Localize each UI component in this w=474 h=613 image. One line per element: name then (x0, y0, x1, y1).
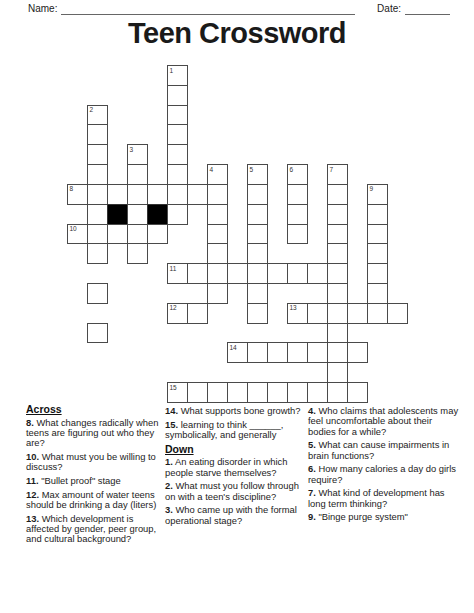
cell-r16c5[interactable]: 15 (167, 382, 188, 403)
cell-r6c2[interactable] (107, 184, 128, 205)
clue-text: learning to think ______, symbolically, … (165, 419, 283, 440)
cell-r9c1[interactable] (87, 243, 108, 264)
clue-number: 2. (165, 480, 173, 491)
cell-r4c1[interactable] (87, 144, 108, 165)
cell-r12c15[interactable] (367, 303, 388, 324)
crossword-worksheet: Name: Date: Teen Crossword 1234567891011… (0, 0, 474, 613)
cell-r1c5[interactable] (167, 85, 188, 106)
clue-number: 12. (26, 489, 39, 500)
cell-r10c5[interactable]: 11 (167, 263, 188, 284)
clue-number-7: 7 (330, 166, 334, 173)
clue-number: 13. (26, 513, 39, 524)
cell-r9c7[interactable] (207, 243, 228, 264)
cell-r7c15[interactable] (367, 204, 388, 225)
cell-r3c1[interactable] (87, 124, 108, 145)
cell-r11c13[interactable] (327, 283, 348, 304)
clue-across-13: 13. Which development is affected by gen… (26, 514, 162, 545)
cell-r12c12[interactable] (307, 303, 328, 324)
cell-r7c1[interactable] (87, 204, 108, 225)
cell-r11c7[interactable] (207, 283, 228, 304)
cell-r9c13[interactable] (327, 243, 348, 264)
cell-r7c7[interactable] (207, 204, 228, 225)
cell-r10c10[interactable] (267, 263, 288, 284)
clue-text: An eating disorder in which people starv… (165, 456, 288, 477)
cell-r2c1[interactable]: 2 (87, 105, 108, 126)
clue-text: What must you be willing to discuss? (26, 451, 156, 472)
clue-text: Max amount of water teens should be drin… (26, 489, 156, 510)
cell-r10c13[interactable] (327, 263, 348, 284)
cell-r6c4[interactable] (147, 184, 168, 205)
cell-r8c15[interactable] (367, 224, 388, 245)
clue-down-1: 1. An eating disorder in which people st… (165, 457, 303, 478)
cell-r8c9[interactable] (247, 224, 268, 245)
cell-r16c12[interactable] (307, 382, 328, 403)
cell-r12c5[interactable]: 12 (167, 303, 188, 324)
cell-r5c13[interactable]: 7 (327, 164, 348, 185)
cell-r14c12[interactable] (307, 342, 328, 363)
clue-text: What can cause impairments in brain func… (308, 439, 449, 460)
clue-number: 9. (308, 511, 316, 522)
cell-r11c1[interactable] (87, 283, 108, 304)
cell-r12c13[interactable] (327, 303, 348, 324)
cell-r6c11[interactable] (287, 184, 308, 205)
cell-r16c8[interactable] (227, 382, 248, 403)
clue-number-14: 14 (230, 344, 237, 351)
clue-down-4: 4. Who claims that adolescents may feel … (308, 406, 460, 437)
cell-r6c3[interactable] (127, 184, 148, 205)
clue-number: 4. (308, 405, 316, 416)
clue-number-13: 13 (290, 304, 297, 311)
cell-r7c11[interactable] (287, 204, 308, 225)
cell-r6c5[interactable] (167, 184, 188, 205)
clue-text: Which development is affected by gender,… (26, 513, 156, 545)
cell-r6c15[interactable]: 9 (367, 184, 388, 205)
cell-r8c1[interactable] (87, 224, 108, 245)
black-cell-r7c4 (147, 204, 168, 225)
cell-r5c9[interactable]: 5 (247, 164, 268, 185)
clue-number: 1. (165, 456, 173, 467)
cell-r10c6[interactable] (187, 263, 208, 284)
cell-r6c9[interactable] (247, 184, 268, 205)
cell-r10c12[interactable] (307, 263, 328, 284)
clue-across-11: 11. "Bullet proof" stage (26, 476, 162, 486)
clue-column-middle: 14. What supports bone growth?15. learni… (165, 404, 303, 529)
cell-r12c14[interactable] (347, 303, 368, 324)
clue-number: 15. (165, 419, 178, 430)
clue-number-3: 3 (130, 146, 134, 153)
clue-number: 8. (26, 417, 34, 428)
cell-r10c9[interactable] (247, 263, 268, 284)
clue-number: 11. (26, 475, 39, 486)
cell-r16c11[interactable] (287, 382, 308, 403)
clue-number-12: 12 (170, 304, 177, 311)
cell-r16c10[interactable] (267, 382, 288, 403)
cell-r4c3[interactable]: 3 (127, 144, 148, 165)
clue-text: What must you follow through on with a t… (165, 480, 299, 501)
clue-number-2: 2 (90, 106, 94, 113)
cell-r8c11[interactable] (287, 224, 308, 245)
clue-number: 14. (165, 405, 178, 416)
clue-column-left: Across8. What changes radically when tee… (26, 404, 162, 548)
cell-r6c0[interactable]: 8 (67, 184, 88, 205)
cell-r5c7[interactable]: 4 (207, 164, 228, 185)
cell-r9c15[interactable] (367, 243, 388, 264)
cell-r16c14[interactable] (347, 382, 368, 403)
clue-number: 7. (308, 487, 316, 498)
clue-number: 6. (308, 463, 316, 474)
clue-across-12: 12. Max amount of water teens should be … (26, 490, 162, 511)
clue-text: What supports bone growth? (181, 405, 301, 416)
cell-r8c3[interactable] (127, 224, 148, 245)
clue-down-9: 9. "Binge purge system" (308, 512, 460, 522)
cell-r6c1[interactable] (87, 184, 108, 205)
cell-r11c9[interactable] (247, 283, 268, 304)
clue-text: What changes radically when teens are fi… (26, 417, 158, 449)
cell-r14c14[interactable] (347, 342, 368, 363)
cell-r14c13[interactable] (327, 342, 348, 363)
cell-r13c13[interactable] (327, 323, 348, 344)
page-title: Teen Crossword (0, 17, 474, 50)
clue-down-7: 7. What kind of development has long ter… (308, 488, 460, 509)
crossword-grid: 123456789101112131415 (67, 65, 408, 403)
clue-number-4: 4 (210, 166, 214, 173)
clue-down-3: 3. Who came up with the formal operation… (165, 505, 303, 526)
cell-r2c5[interactable] (167, 105, 188, 126)
clue-text: How many calories a day do girls require… (308, 463, 456, 484)
date-label: Date: (355, 3, 405, 15)
clue-number: 10. (26, 451, 39, 462)
cell-r8c4[interactable] (147, 224, 168, 245)
clue-text: "Binge purge system" (318, 511, 408, 522)
cell-r10c8[interactable] (227, 263, 248, 284)
cell-r16c6[interactable] (187, 382, 208, 403)
cell-r6c7[interactable] (207, 184, 228, 205)
clue-number-1: 1 (170, 67, 174, 74)
clue-number-8: 8 (70, 185, 74, 192)
clue-number-9: 9 (370, 185, 374, 192)
clue-number-6: 6 (290, 166, 294, 173)
across-header: Across (26, 404, 162, 415)
cell-r13c1[interactable] (87, 323, 108, 344)
clue-number: 3. (165, 504, 173, 515)
cell-r9c3[interactable] (127, 243, 148, 264)
cell-r9c9[interactable] (247, 243, 268, 264)
clue-across-8: 8. What changes radically when teens are… (26, 418, 162, 449)
clue-text: Who claims that adolescents may feel unc… (308, 405, 458, 437)
clue-across-10: 10. What must you be willing to discuss? (26, 452, 162, 473)
clue-text: "Bullet proof" stage (41, 475, 121, 486)
cell-r3c5[interactable] (167, 124, 188, 145)
cell-r7c13[interactable] (327, 204, 348, 225)
cell-r14c10[interactable] (267, 342, 288, 363)
clue-number-5: 5 (250, 166, 254, 173)
clue-down-2: 2. What must you follow through on with … (165, 481, 303, 502)
cell-r4c5[interactable] (167, 144, 188, 165)
clue-across-15: 15. learning to think ______, symbolical… (165, 420, 303, 441)
cell-r14c8[interactable]: 14 (227, 342, 248, 363)
cell-r5c1[interactable] (87, 164, 108, 185)
cell-r12c16[interactable] (387, 303, 408, 324)
name-label: Name: (28, 3, 61, 15)
clue-text: What kind of development has long term t… (308, 487, 445, 508)
clue-text: Who came up with the formal operational … (165, 504, 297, 525)
cell-r5c11[interactable]: 6 (287, 164, 308, 185)
clue-number-11: 11 (170, 265, 177, 272)
cell-r14c11[interactable] (287, 342, 308, 363)
cell-r12c9[interactable] (247, 303, 268, 324)
cell-r7c5[interactable] (167, 204, 188, 225)
name-input-line[interactable] (61, 3, 355, 15)
cell-r10c7[interactable] (207, 263, 228, 284)
cell-r15c13[interactable] (327, 362, 348, 383)
cell-r8c0[interactable]: 10 (67, 224, 88, 245)
clue-number-10: 10 (70, 225, 77, 232)
cell-r10c11[interactable] (287, 263, 308, 284)
clue-number-15: 15 (170, 384, 177, 391)
cell-r8c7[interactable] (207, 224, 228, 245)
cell-r16c13[interactable] (327, 382, 348, 403)
clue-number: 5. (308, 439, 316, 450)
clue-across-14: 14. What supports bone growth? (165, 406, 303, 416)
cell-r7c3[interactable] (127, 204, 148, 225)
down-header: Down (165, 444, 303, 455)
cell-r16c7[interactable] (207, 382, 228, 403)
cell-r7c9[interactable] (247, 204, 268, 225)
cell-r8c13[interactable] (327, 224, 348, 245)
cell-r8c2[interactable] (107, 224, 128, 245)
cell-r6c13[interactable] (327, 184, 348, 205)
cell-r16c9[interactable] (247, 382, 268, 403)
worksheet-header: Name: Date: (28, 3, 450, 15)
clue-down-6: 6. How many calories a day do girls requ… (308, 464, 460, 485)
cell-r5c5[interactable] (167, 164, 188, 185)
cell-r14c9[interactable] (247, 342, 268, 363)
clue-down-5: 5. What can cause impairments in brain f… (308, 440, 460, 461)
cell-r12c11[interactable]: 13 (287, 303, 308, 324)
cell-r0c5[interactable]: 1 (167, 65, 188, 86)
cell-r11c15[interactable] (367, 283, 388, 304)
cell-r5c3[interactable] (127, 164, 148, 185)
cell-r6c6[interactable] (187, 184, 208, 205)
cell-r12c6[interactable] (187, 303, 208, 324)
black-cell-r7c2 (107, 204, 128, 225)
cell-r10c15[interactable] (367, 263, 388, 284)
date-input-line[interactable] (405, 3, 450, 15)
clue-column-right: 4. Who claims that adolescents may feel … (308, 404, 460, 526)
